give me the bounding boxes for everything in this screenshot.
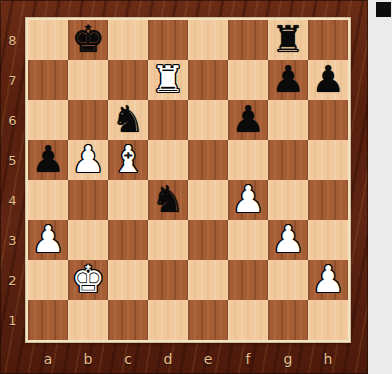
square-f6[interactable]: ♟ (228, 100, 268, 140)
square-b2[interactable]: ♚ (68, 260, 108, 300)
file-label-a: a (28, 345, 68, 372)
white-king[interactable]: ♚ (68, 260, 108, 300)
file-label-c: c (108, 345, 148, 372)
square-h5[interactable] (308, 140, 348, 180)
black-pawn[interactable]: ♟ (228, 100, 268, 140)
square-a1[interactable] (28, 300, 68, 340)
square-h1[interactable] (308, 300, 348, 340)
square-b8[interactable]: ♚ (68, 20, 108, 60)
rank-label-3: 3 (0, 220, 25, 260)
square-e5[interactable] (188, 140, 228, 180)
rank-label-5: 5 (0, 140, 25, 180)
white-pawn[interactable]: ♟ (308, 260, 348, 300)
square-b4[interactable] (68, 180, 108, 220)
white-pawn[interactable]: ♟ (28, 220, 68, 260)
square-f5[interactable] (228, 140, 268, 180)
square-f7[interactable] (228, 60, 268, 100)
square-d7[interactable]: ♜ (148, 60, 188, 100)
white-bishop[interactable]: ♝ (108, 140, 148, 180)
file-label-g: g (268, 345, 308, 372)
square-g2[interactable] (268, 260, 308, 300)
black-rook[interactable]: ♜ (268, 20, 308, 60)
square-g7[interactable]: ♟ (268, 60, 308, 100)
square-a5[interactable]: ♟ (28, 140, 68, 180)
square-b3[interactable] (68, 220, 108, 260)
square-c4[interactable] (108, 180, 148, 220)
square-g4[interactable] (268, 180, 308, 220)
black-knight[interactable]: ♞ (148, 180, 188, 220)
rank-label-8: 8 (0, 20, 25, 60)
rank-label-2: 2 (0, 260, 25, 300)
black-to-move-indicator (376, 2, 391, 17)
square-a4[interactable] (28, 180, 68, 220)
square-h4[interactable] (308, 180, 348, 220)
white-pawn[interactable]: ♟ (228, 180, 268, 220)
black-knight[interactable]: ♞ (108, 100, 148, 140)
square-a3[interactable]: ♟ (28, 220, 68, 260)
square-b7[interactable] (68, 60, 108, 100)
square-h2[interactable]: ♟ (308, 260, 348, 300)
square-c3[interactable] (108, 220, 148, 260)
square-c2[interactable] (108, 260, 148, 300)
square-f8[interactable] (228, 20, 268, 60)
square-g8[interactable]: ♜ (268, 20, 308, 60)
side-panel (368, 0, 392, 374)
square-d3[interactable] (148, 220, 188, 260)
black-pawn[interactable]: ♟ (28, 140, 68, 180)
square-d2[interactable] (148, 260, 188, 300)
square-c7[interactable] (108, 60, 148, 100)
black-king[interactable]: ♚ (68, 20, 108, 60)
square-g5[interactable] (268, 140, 308, 180)
square-e7[interactable] (188, 60, 228, 100)
square-f3[interactable] (228, 220, 268, 260)
white-pawn[interactable]: ♟ (68, 140, 108, 180)
square-c8[interactable] (108, 20, 148, 60)
square-d5[interactable] (148, 140, 188, 180)
square-e4[interactable] (188, 180, 228, 220)
file-label-d: d (148, 345, 188, 372)
square-a2[interactable] (28, 260, 68, 300)
square-h3[interactable] (308, 220, 348, 260)
rank-labels: 87654321 (0, 20, 25, 340)
square-h8[interactable] (308, 20, 348, 60)
square-e2[interactable] (188, 260, 228, 300)
square-e8[interactable] (188, 20, 228, 60)
square-f1[interactable] (228, 300, 268, 340)
square-d6[interactable] (148, 100, 188, 140)
square-e3[interactable] (188, 220, 228, 260)
square-b6[interactable] (68, 100, 108, 140)
square-c6[interactable]: ♞ (108, 100, 148, 140)
file-labels: abcdefgh (28, 345, 348, 372)
white-pawn[interactable]: ♟ (268, 220, 308, 260)
square-h7[interactable]: ♟ (308, 60, 348, 100)
square-h6[interactable] (308, 100, 348, 140)
square-d8[interactable] (148, 20, 188, 60)
white-rook[interactable]: ♜ (148, 60, 188, 100)
chess-diagram: ♚♜♜♟♟♞♟♟♟♝♞♟♟♟♚♟ 87654321 abcdefgh (0, 0, 392, 374)
file-label-b: b (68, 345, 108, 372)
rank-label-1: 1 (0, 300, 25, 340)
rank-label-6: 6 (0, 100, 25, 140)
square-c1[interactable] (108, 300, 148, 340)
black-pawn[interactable]: ♟ (268, 60, 308, 100)
file-label-f: f (228, 345, 268, 372)
square-d4[interactable]: ♞ (148, 180, 188, 220)
square-g1[interactable] (268, 300, 308, 340)
rank-label-7: 7 (0, 60, 25, 100)
square-b1[interactable] (68, 300, 108, 340)
chess-board: ♚♜♜♟♟♞♟♟♟♝♞♟♟♟♚♟ (28, 20, 348, 340)
square-f4[interactable]: ♟ (228, 180, 268, 220)
square-a8[interactable] (28, 20, 68, 60)
square-a7[interactable] (28, 60, 68, 100)
square-g6[interactable] (268, 100, 308, 140)
file-label-e: e (188, 345, 228, 372)
square-g3[interactable]: ♟ (268, 220, 308, 260)
square-a6[interactable] (28, 100, 68, 140)
file-label-h: h (308, 345, 348, 372)
square-e1[interactable] (188, 300, 228, 340)
rank-label-4: 4 (0, 180, 25, 220)
square-c5[interactable]: ♝ (108, 140, 148, 180)
square-e6[interactable] (188, 100, 228, 140)
square-b5[interactable]: ♟ (68, 140, 108, 180)
square-f2[interactable] (228, 260, 268, 300)
square-d1[interactable] (148, 300, 188, 340)
black-pawn[interactable]: ♟ (308, 60, 348, 100)
